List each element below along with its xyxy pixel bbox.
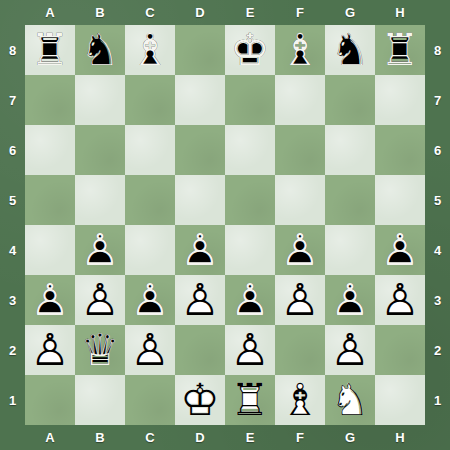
piece-white-knight[interactable]: ♞♘ [325,375,375,425]
pawn-glyph-outline: ♙ [75,275,125,325]
square-e3[interactable]: ♟♙ [225,275,275,325]
square-f6[interactable] [275,125,325,175]
piece-black-pawn[interactable]: ♟♙ [25,275,75,325]
pawn-glyph-outline: ♙ [25,325,75,375]
piece-white-pawn[interactable]: ♟♙ [325,325,375,375]
file-label-H: H [375,425,425,450]
square-d5[interactable] [175,175,225,225]
pawn-glyph-outline: ♙ [75,225,125,275]
chess-board: ♜♖♞♘♝♗♚♔♝♗♞♘♜♖♟♙♟♙♟♙♟♙♟♙♟♙♟♙♟♙♟♙♟♙♟♙♟♙♟♙… [25,25,425,425]
square-g4[interactable] [325,225,375,275]
square-g3[interactable]: ♟♙ [325,275,375,325]
bishop-glyph-outline: ♗ [275,375,325,425]
square-b4[interactable]: ♟♙ [75,225,125,275]
file-label-E: E [225,425,275,450]
pawn-glyph-outline: ♙ [125,325,175,375]
square-a4[interactable] [25,225,75,275]
knight-glyph-outline: ♘ [75,25,125,75]
rank-label-7: 7 [0,75,25,125]
rank-label-6: 6 [0,125,25,175]
rank-label-6: 6 [425,125,450,175]
pawn-glyph-outline: ♙ [225,275,275,325]
square-b8[interactable]: ♞♘ [75,25,125,75]
square-d3[interactable]: ♟♙ [175,275,225,325]
square-h4[interactable]: ♟♙ [375,225,425,275]
piece-black-bishop[interactable]: ♝♗ [125,25,175,75]
bishop-glyph-outline: ♗ [275,25,325,75]
piece-white-pawn[interactable]: ♟♙ [125,325,175,375]
piece-white-pawn[interactable]: ♟♙ [175,275,225,325]
square-b1[interactable] [75,375,125,425]
rank-label-3: 3 [425,275,450,325]
square-d4[interactable]: ♟♙ [175,225,225,275]
pawn-glyph-outline: ♙ [325,325,375,375]
square-a3[interactable]: ♟♙ [25,275,75,325]
square-c2[interactable]: ♟♙ [125,325,175,375]
square-b6[interactable] [75,125,125,175]
rank-labels-right: 87654321 [425,25,450,425]
rank-label-4: 4 [0,225,25,275]
rank-label-8: 8 [425,25,450,75]
rank-labels-left: 87654321 [0,25,25,425]
rank-label-3: 3 [0,275,25,325]
rook-glyph-outline: ♖ [225,375,275,425]
pawn-glyph-outline: ♙ [375,275,425,325]
file-labels-bottom: ABCDEFGH [25,425,425,450]
rank-label-1: 1 [425,375,450,425]
knight-glyph-outline: ♘ [325,25,375,75]
file-label-D: D [175,425,225,450]
piece-white-pawn[interactable]: ♟♙ [225,325,275,375]
pawn-glyph-outline: ♙ [25,275,75,325]
piece-white-pawn[interactable]: ♟♙ [375,275,425,325]
file-label-A: A [25,425,75,450]
square-g1[interactable]: ♞♘ [325,375,375,425]
file-label-B: B [75,425,125,450]
king-glyph-outline: ♔ [225,25,275,75]
square-c5[interactable] [125,175,175,225]
piece-black-pawn[interactable]: ♟♙ [375,225,425,275]
piece-black-king[interactable]: ♚♔ [225,25,275,75]
square-c7[interactable] [125,75,175,125]
square-e1[interactable]: ♜♖ [225,375,275,425]
file-label-C: C [125,425,175,450]
square-d8[interactable] [175,25,225,75]
piece-black-bishop[interactable]: ♝♗ [275,25,325,75]
square-c4[interactable] [125,225,175,275]
file-label-D: D [175,0,225,25]
square-f1[interactable]: ♝♗ [275,375,325,425]
square-c8[interactable]: ♝♗ [125,25,175,75]
file-label-F: F [275,0,325,25]
square-d1[interactable]: ♚♔ [175,375,225,425]
file-label-G: G [325,425,375,450]
piece-white-pawn[interactable]: ♟♙ [25,325,75,375]
square-b3[interactable]: ♟♙ [75,275,125,325]
square-c1[interactable] [125,375,175,425]
piece-white-pawn[interactable]: ♟♙ [275,275,325,325]
file-label-E: E [225,0,275,25]
square-g8[interactable]: ♞♘ [325,25,375,75]
file-labels-top: ABCDEFGH [25,0,425,25]
file-label-B: B [75,0,125,25]
piece-black-queen[interactable]: ♛♕ [75,325,125,375]
rank-label-5: 5 [0,175,25,225]
square-b7[interactable] [75,75,125,125]
piece-black-pawn[interactable]: ♟♙ [325,275,375,325]
piece-black-knight[interactable]: ♞♘ [325,25,375,75]
square-f3[interactable]: ♟♙ [275,275,325,325]
pawn-glyph-outline: ♙ [175,225,225,275]
piece-black-pawn[interactable]: ♟♙ [275,225,325,275]
square-c6[interactable] [125,125,175,175]
square-f7[interactable] [275,75,325,125]
rank-label-4: 4 [425,225,450,275]
square-a6[interactable] [25,125,75,175]
pawn-glyph-outline: ♙ [125,275,175,325]
square-h2[interactable] [375,325,425,375]
square-e5[interactable] [225,175,275,225]
piece-black-rook[interactable]: ♜♖ [375,25,425,75]
piece-white-pawn[interactable]: ♟♙ [75,275,125,325]
square-f4[interactable]: ♟♙ [275,225,325,275]
square-f5[interactable] [275,175,325,225]
square-c3[interactable]: ♟♙ [125,275,175,325]
square-d6[interactable] [175,125,225,175]
knight-glyph-outline: ♘ [325,375,375,425]
square-g6[interactable] [325,125,375,175]
square-h3[interactable]: ♟♙ [375,275,425,325]
pawn-glyph-outline: ♙ [275,225,325,275]
square-e2[interactable]: ♟♙ [225,325,275,375]
chess-board-frame: ABCDEFGH ABCDEFGH 87654321 87654321 ♜♖♞♘… [0,0,450,450]
pawn-glyph-outline: ♙ [375,225,425,275]
file-label-H: H [375,0,425,25]
rank-label-8: 8 [0,25,25,75]
rank-label-5: 5 [425,175,450,225]
rank-label-1: 1 [0,375,25,425]
rank-label-2: 2 [0,325,25,375]
square-a5[interactable] [25,175,75,225]
file-label-F: F [275,425,325,450]
square-f8[interactable]: ♝♗ [275,25,325,75]
piece-black-pawn[interactable]: ♟♙ [125,275,175,325]
square-a1[interactable] [25,375,75,425]
square-g5[interactable] [325,175,375,225]
bishop-glyph-outline: ♗ [125,25,175,75]
pawn-glyph-outline: ♙ [325,275,375,325]
square-e4[interactable] [225,225,275,275]
square-g7[interactable] [325,75,375,125]
piece-white-king[interactable]: ♚♔ [175,375,225,425]
rank-label-7: 7 [425,75,450,125]
rank-label-2: 2 [425,325,450,375]
queen-glyph-outline: ♕ [75,325,125,375]
piece-black-pawn[interactable]: ♟♙ [225,275,275,325]
pawn-glyph-outline: ♙ [175,275,225,325]
square-h5[interactable] [375,175,425,225]
square-f2[interactable] [275,325,325,375]
square-h7[interactable] [375,75,425,125]
piece-black-pawn[interactable]: ♟♙ [75,225,125,275]
king-glyph-outline: ♔ [175,375,225,425]
square-b2[interactable]: ♛♕ [75,325,125,375]
square-h6[interactable] [375,125,425,175]
file-label-A: A [25,0,75,25]
file-label-G: G [325,0,375,25]
square-a7[interactable] [25,75,75,125]
square-g2[interactable]: ♟♙ [325,325,375,375]
rook-glyph-outline: ♖ [25,25,75,75]
piece-black-knight[interactable]: ♞♘ [75,25,125,75]
square-e7[interactable] [225,75,275,125]
piece-black-rook[interactable]: ♜♖ [25,25,75,75]
rook-glyph-outline: ♖ [375,25,425,75]
square-a2[interactable]: ♟♙ [25,325,75,375]
piece-white-rook[interactable]: ♜♖ [225,375,275,425]
square-h8[interactable]: ♜♖ [375,25,425,75]
file-label-C: C [125,0,175,25]
square-e8[interactable]: ♚♔ [225,25,275,75]
square-a8[interactable]: ♜♖ [25,25,75,75]
piece-white-bishop[interactable]: ♝♗ [275,375,325,425]
square-e6[interactable] [225,125,275,175]
square-b5[interactable] [75,175,125,225]
square-h1[interactable] [375,375,425,425]
square-d7[interactable] [175,75,225,125]
pawn-glyph-outline: ♙ [275,275,325,325]
square-d2[interactable] [175,325,225,375]
pawn-glyph-outline: ♙ [225,325,275,375]
piece-black-pawn[interactable]: ♟♙ [175,225,225,275]
